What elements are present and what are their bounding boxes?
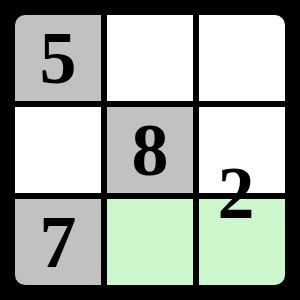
cell-r2c2[interactable]: 8: [107, 107, 193, 193]
sudoku-board: 5 8 7: [15, 15, 285, 285]
cell-digit: 5: [40, 21, 77, 95]
cell-r3c3[interactable]: [199, 199, 285, 285]
cell-r1c3[interactable]: [199, 15, 285, 101]
cell-digit: 7: [40, 205, 77, 279]
cell-r2c3[interactable]: [199, 107, 285, 193]
cell-digit: 8: [132, 113, 169, 187]
cell-r3c2[interactable]: [107, 199, 193, 285]
cell-r2c1[interactable]: [15, 107, 101, 193]
cell-r1c1[interactable]: 5: [15, 15, 101, 101]
cell-r1c2[interactable]: [107, 15, 193, 101]
cell-r3c1[interactable]: 7: [15, 199, 101, 285]
